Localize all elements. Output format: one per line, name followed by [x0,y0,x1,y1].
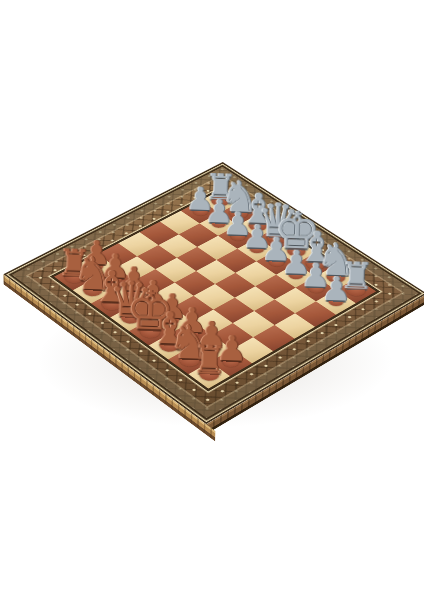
square-h6[interactable] [295,301,336,327]
piece-black-pawn-h7[interactable]: ♟ [300,257,374,303]
square-h5[interactable] [274,313,315,339]
rook-glyph: ♜ [192,339,228,379]
piece-white-rook-h1[interactable]: ♜ [172,323,249,376]
product-photo: ♜♞♟♝♟♛♟♚♟♝♟♟♞♟♜♟♜♟♞♟♟♝♟♛♟♚♟♝♟♞♟♜ [0,0,424,600]
pawn-glyph: ♟ [321,272,352,306]
